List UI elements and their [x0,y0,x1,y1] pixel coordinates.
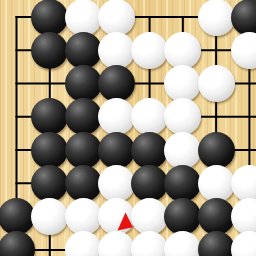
board-cell-h5[interactable] [233,133,256,166]
black-stone [65,32,102,69]
board-cell-c8[interactable] [66,233,99,256]
white-stone [164,98,201,135]
board-cell-a4[interactable] [0,100,33,133]
board-cell-c4[interactable] [66,100,99,133]
board-grid [0,0,256,256]
board-cell-b2[interactable] [33,34,66,67]
white-stone [131,98,168,135]
white-stone [131,198,168,235]
white-stone [98,32,135,69]
board-cell-g1[interactable] [200,0,233,33]
white-stone [98,198,135,235]
board-cell-b7[interactable] [33,200,66,233]
board-cell-d5[interactable] [100,133,133,166]
board-cell-c2[interactable] [66,34,99,67]
black-stone [231,0,256,36]
board-cell-d4[interactable] [100,100,133,133]
black-stone [31,132,68,169]
board-cell-d1[interactable] [100,0,133,33]
board-cell-e6[interactable] [133,167,166,200]
board-cell-e5[interactable] [133,133,166,166]
board-cell-g6[interactable] [200,167,233,200]
board-cell-d7[interactable] [100,200,133,233]
black-stone [98,65,135,102]
white-stone [231,198,256,235]
black-stone [65,65,102,102]
board-cell-f1[interactable] [166,0,199,33]
white-stone [131,231,168,256]
board-cell-d2[interactable] [100,34,133,67]
board-cell-e2[interactable] [133,34,166,67]
black-stone [31,165,68,202]
board-cell-f5[interactable] [166,133,199,166]
white-stone [131,32,168,69]
white-stone [231,165,256,202]
white-stone [65,0,102,36]
white-stone [198,165,235,202]
black-stone [98,132,135,169]
board-cell-g8[interactable] [200,233,233,256]
white-stone [65,231,102,256]
white-stone [65,198,102,235]
board-cell-d8[interactable] [100,233,133,256]
board-cell-g7[interactable] [200,200,233,233]
board-cell-d3[interactable] [100,67,133,100]
white-stone [164,231,201,256]
board-cell-b4[interactable] [33,100,66,133]
board-cell-e4[interactable] [133,100,166,133]
board-cell-h3[interactable] [233,67,256,100]
white-stone [98,0,135,36]
board-cell-f8[interactable] [166,233,199,256]
go-board [0,0,256,256]
board-cell-f4[interactable] [166,100,199,133]
board-cell-d6[interactable] [100,167,133,200]
black-stone [65,165,102,202]
white-stone [198,65,235,102]
black-stone [31,98,68,135]
board-cell-g4[interactable] [200,100,233,133]
board-cell-e3[interactable] [133,67,166,100]
white-stone [31,198,68,235]
board-cell-a2[interactable] [0,34,33,67]
board-cell-g2[interactable] [200,34,233,67]
board-cell-f7[interactable] [166,200,199,233]
board-cell-b8[interactable] [33,233,66,256]
white-stone [231,32,256,69]
board-cell-h2[interactable] [233,34,256,67]
white-stone [231,231,256,256]
black-stone [164,198,201,235]
board-cell-f2[interactable] [166,34,199,67]
black-stone [198,132,235,169]
triangle-marker [98,198,135,235]
board-cell-e7[interactable] [133,200,166,233]
white-stone [164,132,201,169]
black-stone [65,132,102,169]
board-cell-h4[interactable] [233,100,256,133]
black-stone [198,231,235,256]
board-cell-f6[interactable] [166,167,199,200]
board-cell-a1[interactable] [0,0,33,33]
board-cell-c5[interactable] [66,133,99,166]
black-stone [198,198,235,235]
board-cell-h8[interactable] [233,233,256,256]
board-cell-c7[interactable] [66,200,99,233]
board-cell-h7[interactable] [233,200,256,233]
black-stone [131,165,168,202]
board-cell-e1[interactable] [133,0,166,33]
board-cell-b5[interactable] [33,133,66,166]
board-cell-c3[interactable] [66,67,99,100]
black-stone [31,32,68,69]
white-stone [98,98,135,135]
board-cell-a7[interactable] [0,200,33,233]
black-stone [65,98,102,135]
board-cell-c6[interactable] [66,167,99,200]
board-cell-b1[interactable] [33,0,66,33]
white-stone [164,32,201,69]
black-stone [0,231,35,256]
board-cell-e8[interactable] [133,233,166,256]
white-stone [98,165,135,202]
board-cell-a3[interactable] [0,67,33,100]
board-cell-a5[interactable] [0,133,33,166]
board-cell-g3[interactable] [200,67,233,100]
board-cell-b3[interactable] [33,67,66,100]
white-stone [98,231,135,256]
board-cell-h1[interactable] [233,0,256,33]
board-cell-a6[interactable] [0,167,33,200]
board-cell-h6[interactable] [233,167,256,200]
black-stone [31,0,68,36]
board-cell-c1[interactable] [66,0,99,33]
board-cell-g5[interactable] [200,133,233,166]
white-stone [164,65,201,102]
board-cell-a8[interactable] [0,233,33,256]
board-cell-b6[interactable] [33,167,66,200]
black-stone [0,198,35,235]
board-cell-f3[interactable] [166,67,199,100]
black-stone [131,132,168,169]
black-stone [164,165,201,202]
white-stone [198,0,235,36]
